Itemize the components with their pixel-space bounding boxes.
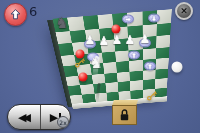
board-square bbox=[97, 14, 113, 28]
undo-button[interactable] bbox=[4, 3, 27, 26]
white-knight-moving[interactable]: ♞ bbox=[89, 56, 102, 71]
white-pawn[interactable]: ♟ bbox=[125, 34, 136, 46]
right-arrow-icon bbox=[124, 15, 132, 23]
close-button[interactable]: ✕ bbox=[175, 2, 193, 20]
key-icon bbox=[146, 90, 158, 102]
gold-key bbox=[146, 87, 158, 106]
game-screen: ♞♟♟♟♟♟♞ 6 ✕ ◀◀ ▶ 2x bbox=[0, 0, 200, 133]
arrow-up-token[interactable] bbox=[128, 51, 140, 60]
up-arrow-icon bbox=[146, 62, 154, 70]
up-arrow-icon bbox=[9, 8, 22, 21]
rewind-icon: ◀◀ bbox=[18, 111, 27, 124]
speed-label: 2x bbox=[59, 119, 66, 126]
white-pawn[interactable]: ♟ bbox=[140, 33, 151, 45]
white-ball bbox=[172, 62, 183, 73]
board-square bbox=[131, 89, 143, 99]
red-ball bbox=[76, 50, 85, 59]
locked-box-front bbox=[112, 105, 137, 125]
locked-box bbox=[112, 100, 138, 125]
white-pawn[interactable]: ♟ bbox=[99, 35, 110, 47]
up-arrow-icon bbox=[130, 51, 138, 59]
undo-count: 6 bbox=[29, 4, 37, 19]
board-square bbox=[82, 15, 98, 29]
arrow-down-token[interactable] bbox=[148, 14, 160, 23]
white-pawn[interactable]: ♟ bbox=[85, 34, 96, 46]
speed-2x-button[interactable]: 2x bbox=[57, 116, 69, 128]
rewind-button[interactable]: ◀◀ bbox=[8, 105, 41, 129]
arrow-right-token[interactable] bbox=[122, 15, 134, 24]
board-square bbox=[118, 90, 131, 100]
down-arrow-icon bbox=[150, 14, 158, 22]
padlock-icon bbox=[119, 108, 130, 122]
white-pawn[interactable]: ♟ bbox=[112, 34, 123, 46]
arrow-up-token[interactable] bbox=[144, 62, 156, 71]
gray-knight[interactable]: ♞ bbox=[55, 16, 68, 31]
red-ball bbox=[79, 73, 88, 82]
close-icon: ✕ bbox=[180, 7, 188, 16]
